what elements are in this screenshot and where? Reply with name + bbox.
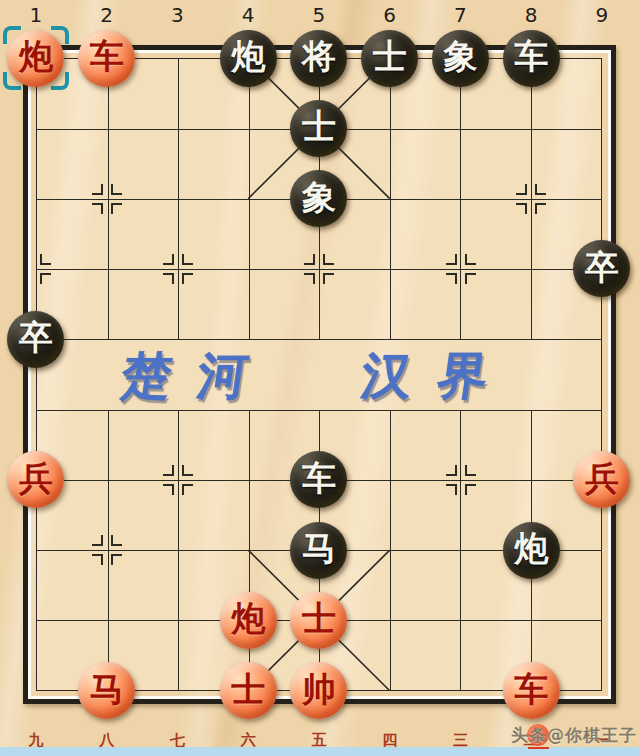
piece-red-cannon[interactable]: 炮 [220,592,277,649]
pieces-layer: 炮车炮将士象车士象卒卒兵车兵马炮炮士马士帅车 [1,23,638,726]
piece-red-general[interactable]: 帅 [290,662,347,719]
piece-black-advisor[interactable]: 士 [290,100,347,157]
piece-red-soldier[interactable]: 兵 [573,451,630,508]
piece-red-advisor[interactable]: 士 [290,592,347,649]
piece-black-soldier[interactable]: 卒 [7,311,64,368]
piece-red-chariot[interactable]: 车 [503,662,560,719]
piece-red-advisor[interactable]: 士 [220,662,277,719]
piece-black-chariot[interactable]: 车 [290,451,347,508]
piece-black-cannon[interactable]: 炮 [503,522,560,579]
piece-black-cannon[interactable]: 炮 [220,30,277,87]
watermark: 头条@你棋王子 [511,724,637,747]
xiangqi-board-screen: 123456789 楚河 汉界 炮车炮将士象车士象卒卒兵车兵马炮炮士马士帅车 九… [0,0,640,756]
piece-black-horse[interactable]: 马 [290,522,347,579]
piece-black-chariot[interactable]: 车 [503,30,560,87]
piece-black-elephant[interactable]: 象 [432,30,489,87]
piece-black-soldier[interactable]: 卒 [573,240,630,297]
piece-black-advisor[interactable]: 士 [361,30,418,87]
piece-red-horse[interactable]: 马 [78,662,135,719]
piece-red-cannon[interactable]: 炮 [7,30,64,87]
watermark-underline [528,747,549,750]
watermark-text: 头条@你棋王子 [511,725,637,745]
piece-black-elephant[interactable]: 象 [290,170,347,227]
piece-red-soldier[interactable]: 兵 [7,451,64,508]
piece-black-general[interactable]: 将 [290,30,347,87]
piece-red-chariot[interactable]: 车 [78,30,135,87]
